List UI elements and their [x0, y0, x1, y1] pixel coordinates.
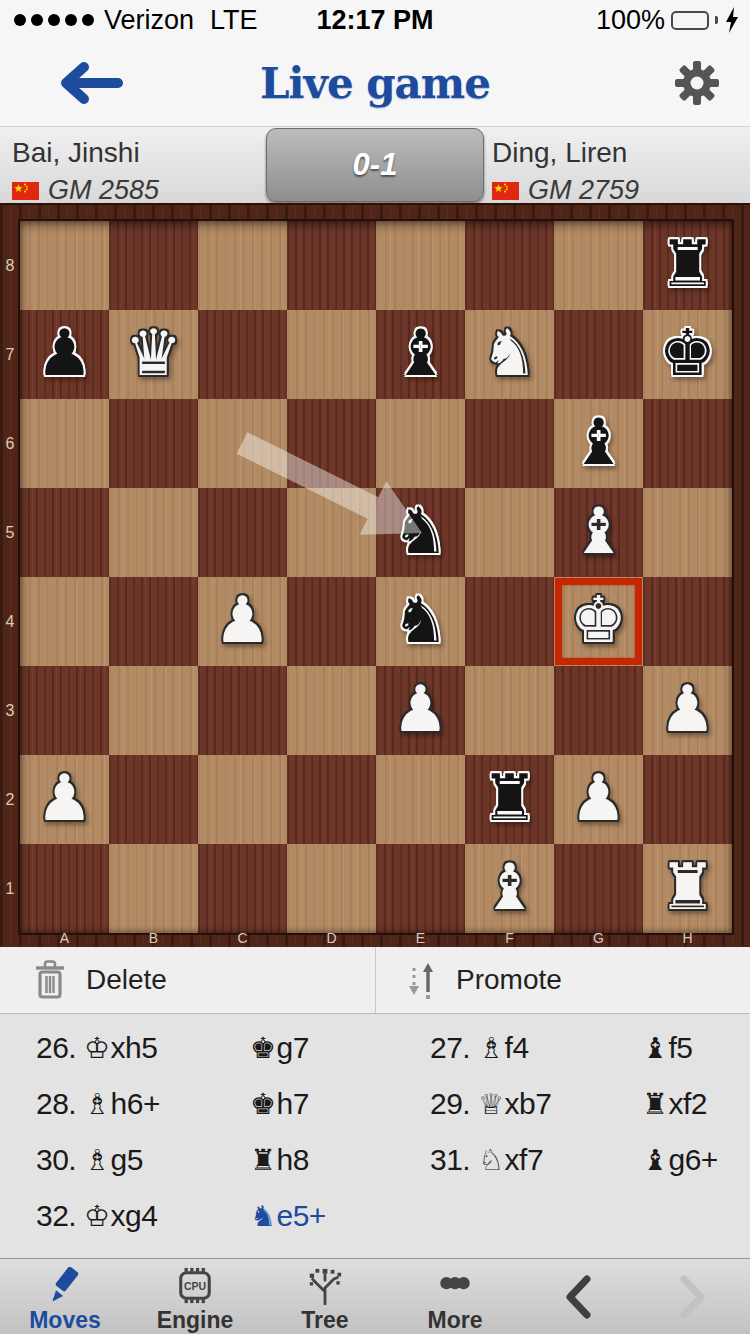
move-white[interactable]: 28. ♗h6+ [36, 1087, 250, 1121]
square-g2[interactable]: ♟ [554, 755, 643, 844]
white-knight-f7: ♞ [465, 310, 554, 399]
move-list[interactable]: 26. ♔xh5 ♚g7 27. ♗f4 ♝f5 28. ♗h6+ ♚h7 29… [0, 1014, 750, 1258]
white-bishop-f1: ♝ [465, 844, 554, 933]
square-f7[interactable]: ♞ [465, 310, 554, 399]
black-king-figurine: ♚ [250, 1087, 276, 1121]
square-h5[interactable] [643, 488, 732, 577]
file-label-b: B [109, 931, 198, 947]
rank-label-7: 7 [0, 310, 20, 399]
delete-label: Delete [86, 964, 167, 996]
square-c7[interactable] [198, 310, 287, 399]
square-a7[interactable]: ♟ [20, 310, 109, 399]
square-h2[interactable] [643, 755, 732, 844]
white-bishop-figurine: ♗ [84, 1143, 110, 1177]
move-row: 28. ♗h6+ ♚h7 29. ♕xb7 ♜xf2 [0, 1076, 750, 1132]
file-labels: ABCDEFGH [20, 931, 732, 947]
square-e2[interactable] [376, 755, 465, 844]
square-e3[interactable]: ♟ [376, 666, 465, 755]
trash-icon [32, 959, 68, 1001]
square-f8[interactable] [465, 221, 554, 310]
cpu-icon: CPU [172, 1267, 218, 1305]
tree-icon [304, 1267, 346, 1305]
square-b5[interactable] [109, 488, 198, 577]
square-g5[interactable]: ♝ [554, 488, 643, 577]
square-b2[interactable] [109, 755, 198, 844]
white-rook-h1: ♜ [643, 844, 732, 933]
move-white[interactable]: 29. ♕xb7 [430, 1087, 642, 1121]
black-pawn-a7: ♟ [20, 310, 109, 399]
square-g1[interactable] [554, 844, 643, 933]
players-bar: Bai, Jinshi GM 2585 0-1 Ding, Liren [0, 126, 750, 203]
square-e1[interactable] [376, 844, 465, 933]
tab-moves-label: Moves [29, 1307, 101, 1334]
white-knight-figurine: ♘ [478, 1143, 504, 1177]
file-label-a: A [20, 931, 109, 947]
file-label-f: F [465, 931, 554, 947]
black-knight-figurine: ♞ [250, 1199, 276, 1233]
rank-label-3: 3 [0, 666, 20, 755]
square-e7[interactable]: ♝ [376, 310, 465, 399]
status-bar: Verizon LTE 12:17 PM 100% [0, 0, 750, 40]
white-king-figurine: ♔ [84, 1031, 110, 1065]
black-player-rating: GM 2759 [528, 175, 639, 206]
move-black[interactable]: ♚g7 [250, 1031, 430, 1065]
square-g4[interactable]: ♚ [554, 577, 643, 666]
more-dots-icon [433, 1267, 477, 1305]
move-black-current[interactable]: ♞e5+ [250, 1199, 430, 1233]
square-c5[interactable] [198, 488, 287, 577]
promote-button[interactable]: Promote [375, 947, 750, 1013]
app-screen: Verizon LTE 12:17 PM 100% Live game [0, 0, 750, 1334]
square-c3[interactable] [198, 666, 287, 755]
square-b3[interactable] [109, 666, 198, 755]
square-f5[interactable] [465, 488, 554, 577]
square-h3[interactable]: ♟ [643, 666, 732, 755]
move-white[interactable]: 32. ♔xg4 [36, 1199, 250, 1233]
white-queen-figurine: ♕ [478, 1087, 504, 1121]
square-d6[interactable] [287, 399, 376, 488]
delete-button[interactable]: Delete [0, 947, 375, 1013]
battery-icon [671, 11, 709, 30]
back-arrow-icon [56, 60, 126, 106]
black-knight-e5: ♞ [376, 488, 465, 577]
white-queen-b7: ♛ [109, 310, 198, 399]
black-bishop-g6: ♝ [554, 399, 643, 488]
board-squares: ♜♟♛♝♞♚♝♞♝♟♞♚♟♟♟♜♟♝♜ [20, 221, 732, 933]
square-b1[interactable] [109, 844, 198, 933]
square-g8[interactable] [554, 221, 643, 310]
black-rook-figurine: ♜ [642, 1087, 668, 1121]
file-label-g: G [554, 931, 643, 947]
square-d7[interactable] [287, 310, 376, 399]
square-a6[interactable] [20, 399, 109, 488]
promote-arrows-icon [404, 959, 438, 1001]
tab-engine[interactable]: CPU Engine [130, 1259, 260, 1334]
move-white[interactable]: 26. ♔xh5 [36, 1031, 250, 1065]
move-row: 30. ♗g5 ♜h8 31. ♘xf7 ♝g6+ [0, 1132, 750, 1188]
tab-tree-label: Tree [301, 1307, 348, 1334]
white-king-figurine: ♔ [84, 1199, 110, 1233]
file-label-d: D [287, 931, 376, 947]
promote-label: Promote [456, 964, 562, 996]
rank-label-2: 2 [0, 755, 20, 844]
move-white[interactable]: 27. ♗f4 [430, 1031, 642, 1065]
square-d8[interactable] [287, 221, 376, 310]
square-c1[interactable] [198, 844, 287, 933]
square-a4[interactable] [20, 577, 109, 666]
square-a3[interactable] [20, 666, 109, 755]
rank-label-1: 1 [0, 844, 20, 933]
back-button[interactable] [56, 60, 126, 106]
square-f6[interactable] [465, 399, 554, 488]
rank-labels: 87654321 [0, 221, 20, 933]
square-g6[interactable]: ♝ [554, 399, 643, 488]
black-rook-f2: ♜ [465, 755, 554, 844]
square-d4[interactable] [287, 577, 376, 666]
next-move-button[interactable] [635, 1259, 750, 1334]
move-black[interactable]: ♝g6+ [642, 1143, 750, 1177]
square-c6[interactable] [198, 399, 287, 488]
black-player: Ding, Liren GM 2759 [492, 137, 639, 206]
square-h4[interactable] [643, 577, 732, 666]
tab-moves[interactable]: Moves [0, 1259, 130, 1334]
move-black[interactable]: ♜xf2 [642, 1087, 750, 1121]
square-f4[interactable] [465, 577, 554, 666]
black-knight-e4: ♞ [376, 577, 465, 666]
white-pawn-e3: ♟ [376, 666, 465, 755]
move-black[interactable]: ♜h8 [250, 1143, 430, 1177]
square-b8[interactable] [109, 221, 198, 310]
china-flag-icon [12, 182, 39, 200]
square-a8[interactable] [20, 221, 109, 310]
settings-button[interactable] [672, 58, 722, 108]
square-c8[interactable] [198, 221, 287, 310]
tab-more[interactable]: More [390, 1259, 520, 1334]
square-e6[interactable] [376, 399, 465, 488]
china-flag-icon [492, 182, 519, 200]
file-label-e: E [376, 931, 465, 947]
clock-label: 12:17 PM [0, 5, 750, 36]
square-b6[interactable] [109, 399, 198, 488]
square-f2[interactable]: ♜ [465, 755, 554, 844]
square-a2[interactable]: ♟ [20, 755, 109, 844]
black-king-figurine: ♚ [250, 1031, 276, 1065]
black-rook-h8: ♜ [643, 221, 732, 310]
file-label-c: C [198, 931, 287, 947]
black-rook-figurine: ♜ [250, 1143, 276, 1177]
square-h8[interactable]: ♜ [643, 221, 732, 310]
square-h7[interactable]: ♚ [643, 310, 732, 399]
tab-engine-label: Engine [157, 1307, 234, 1334]
move-row: 26. ♔xh5 ♚g7 27. ♗f4 ♝f5 [0, 1020, 750, 1076]
move-black[interactable]: ♝f5 [642, 1031, 750, 1065]
square-f1[interactable]: ♝ [465, 844, 554, 933]
square-e4[interactable]: ♞ [376, 577, 465, 666]
rank-label-5: 5 [0, 488, 20, 577]
square-e5[interactable]: ♞ [376, 488, 465, 577]
square-g3[interactable] [554, 666, 643, 755]
white-player-rating: GM 2585 [48, 175, 159, 206]
chevron-left-icon [563, 1275, 593, 1319]
pencil-icon [43, 1267, 87, 1305]
black-bishop-e7: ♝ [376, 310, 465, 399]
square-a1[interactable] [20, 844, 109, 933]
tab-more-label: More [428, 1307, 483, 1334]
move-white[interactable]: 31. ♘xf7 [430, 1143, 642, 1177]
square-d3[interactable] [287, 666, 376, 755]
white-king-g4: ♚ [554, 577, 643, 666]
move-black[interactable]: ♚h7 [250, 1087, 430, 1121]
svg-text:CPU: CPU [184, 1281, 206, 1292]
white-bishop-figurine: ♗ [84, 1087, 110, 1121]
white-pawn-h3: ♟ [643, 666, 732, 755]
white-bishop-figurine: ♗ [478, 1031, 504, 1065]
black-king-h7: ♚ [643, 310, 732, 399]
gear-icon [672, 58, 722, 108]
previous-move-button[interactable] [520, 1259, 635, 1334]
square-b4[interactable] [109, 577, 198, 666]
edit-toolbar: Delete Promote [0, 947, 750, 1014]
white-pawn-g2: ♟ [554, 755, 643, 844]
square-b7[interactable]: ♛ [109, 310, 198, 399]
tab-tree[interactable]: Tree [260, 1259, 390, 1334]
square-d2[interactable] [287, 755, 376, 844]
game-result-button[interactable]: 0-1 [266, 128, 484, 202]
black-bishop-figurine: ♝ [642, 1031, 668, 1065]
rank-label-4: 4 [0, 577, 20, 666]
bottom-tab-bar: Moves CPU Engine [0, 1258, 750, 1334]
black-player-name: Ding, Liren [492, 137, 639, 169]
move-row: 32. ♔xg4 ♞e5+ [0, 1188, 750, 1244]
square-a5[interactable] [20, 488, 109, 577]
white-pawn-a2: ♟ [20, 755, 109, 844]
white-bishop-g5: ♝ [554, 488, 643, 577]
square-h6[interactable] [643, 399, 732, 488]
square-f3[interactable] [465, 666, 554, 755]
square-c4[interactable]: ♟ [198, 577, 287, 666]
square-g7[interactable] [554, 310, 643, 399]
move-white[interactable]: 30. ♗g5 [36, 1143, 250, 1177]
rank-label-8: 8 [0, 221, 20, 310]
chess-board: 87654321 ♜♟♛♝♞♚♝♞♝♟♞♚♟♟♟♜♟♝♜ ABCDEFGH [0, 203, 750, 947]
rank-label-6: 6 [0, 399, 20, 488]
white-player-name: Bai, Jinshi [12, 137, 159, 169]
square-d5[interactable] [287, 488, 376, 577]
navigation-bar: Live game [0, 40, 750, 126]
square-h1[interactable]: ♜ [643, 844, 732, 933]
chevron-right-icon [678, 1275, 708, 1319]
square-e8[interactable] [376, 221, 465, 310]
white-pawn-c4: ♟ [198, 577, 287, 666]
file-label-h: H [643, 931, 732, 947]
black-bishop-figurine: ♝ [642, 1143, 668, 1177]
square-d1[interactable] [287, 844, 376, 933]
white-player: Bai, Jinshi GM 2585 [12, 137, 159, 206]
square-c2[interactable] [198, 755, 287, 844]
